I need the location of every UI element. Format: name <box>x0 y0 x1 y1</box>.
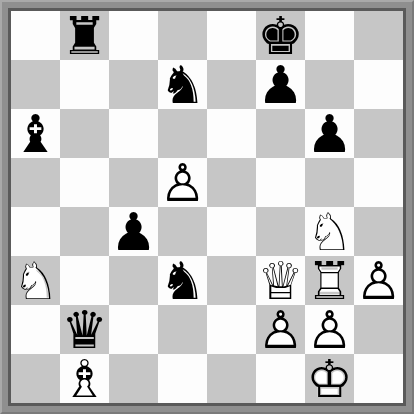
piece-glyph-outline: ♙ <box>305 305 354 354</box>
square-a5[interactable] <box>11 158 60 207</box>
white-pawn-piece[interactable]: ♟♙ <box>256 305 305 354</box>
square-b5[interactable] <box>60 158 109 207</box>
white-bishop-piece[interactable]: ♝♗ <box>60 354 109 403</box>
piece-glyph-outline: ♘ <box>305 207 354 256</box>
square-h2[interactable] <box>354 305 403 354</box>
square-b4[interactable] <box>60 207 109 256</box>
board-frame: ♜♚♞♟♝♟♟♙♟♞♘♞♘♞♛♕♜♖♟♙♛♟♙♟♙♝♗♚♔ <box>0 0 414 414</box>
square-d2[interactable] <box>158 305 207 354</box>
piece-glyph: ♟ <box>109 207 158 256</box>
white-pawn-piece[interactable]: ♟♙ <box>158 158 207 207</box>
piece-glyph: ♝ <box>11 109 60 158</box>
square-g3[interactable]: ♜♖ <box>305 256 354 305</box>
square-e3[interactable] <box>207 256 256 305</box>
black-pawn-piece[interactable]: ♟ <box>305 109 354 158</box>
square-h7[interactable] <box>354 60 403 109</box>
square-c6[interactable] <box>109 109 158 158</box>
square-g2[interactable]: ♟♙ <box>305 305 354 354</box>
square-e6[interactable] <box>207 109 256 158</box>
square-g1[interactable]: ♚♔ <box>305 354 354 403</box>
piece-glyph: ♛ <box>60 305 109 354</box>
square-c7[interactable] <box>109 60 158 109</box>
square-f5[interactable] <box>256 158 305 207</box>
square-c3[interactable] <box>109 256 158 305</box>
piece-glyph: ♞ <box>158 256 207 305</box>
piece-glyph: ♚ <box>256 11 305 60</box>
square-e8[interactable] <box>207 11 256 60</box>
square-a3[interactable]: ♞♘ <box>11 256 60 305</box>
piece-glyph: ♟ <box>256 60 305 109</box>
square-f3[interactable]: ♛♕ <box>256 256 305 305</box>
piece-glyph-outline: ♙ <box>256 305 305 354</box>
square-b6[interactable] <box>60 109 109 158</box>
square-a8[interactable] <box>11 11 60 60</box>
square-h4[interactable] <box>354 207 403 256</box>
square-d4[interactable] <box>158 207 207 256</box>
piece-glyph: ♞ <box>158 60 207 109</box>
square-d1[interactable] <box>158 354 207 403</box>
square-d6[interactable] <box>158 109 207 158</box>
white-knight-piece[interactable]: ♞♘ <box>11 256 60 305</box>
square-g8[interactable] <box>305 11 354 60</box>
square-b2[interactable]: ♛ <box>60 305 109 354</box>
board-inner-border: ♜♚♞♟♝♟♟♙♟♞♘♞♘♞♛♕♜♖♟♙♛♟♙♟♙♝♗♚♔ <box>8 8 406 406</box>
square-c2[interactable] <box>109 305 158 354</box>
square-h3[interactable]: ♟♙ <box>354 256 403 305</box>
square-h6[interactable] <box>354 109 403 158</box>
piece-glyph: ♜ <box>60 11 109 60</box>
piece-glyph-outline: ♙ <box>158 158 207 207</box>
square-d8[interactable] <box>158 11 207 60</box>
square-b1[interactable]: ♝♗ <box>60 354 109 403</box>
white-knight-piece[interactable]: ♞♘ <box>305 207 354 256</box>
square-e1[interactable] <box>207 354 256 403</box>
square-d7[interactable]: ♞ <box>158 60 207 109</box>
square-e7[interactable] <box>207 60 256 109</box>
square-c8[interactable] <box>109 11 158 60</box>
white-pawn-piece[interactable]: ♟♙ <box>354 256 403 305</box>
square-h5[interactable] <box>354 158 403 207</box>
square-f6[interactable] <box>256 109 305 158</box>
black-knight-piece[interactable]: ♞ <box>158 256 207 305</box>
piece-glyph-outline: ♙ <box>354 256 403 305</box>
square-h1[interactable] <box>354 354 403 403</box>
square-e2[interactable] <box>207 305 256 354</box>
chess-board: ♜♚♞♟♝♟♟♙♟♞♘♞♘♞♛♕♜♖♟♙♛♟♙♟♙♝♗♚♔ <box>11 11 403 403</box>
piece-glyph-outline: ♔ <box>305 354 354 403</box>
piece-glyph-outline: ♖ <box>305 256 354 305</box>
square-g4[interactable]: ♞♘ <box>305 207 354 256</box>
square-e5[interactable] <box>207 158 256 207</box>
square-f8[interactable]: ♚ <box>256 11 305 60</box>
square-b3[interactable] <box>60 256 109 305</box>
square-g7[interactable] <box>305 60 354 109</box>
black-knight-piece[interactable]: ♞ <box>158 60 207 109</box>
square-f7[interactable]: ♟ <box>256 60 305 109</box>
square-a6[interactable]: ♝ <box>11 109 60 158</box>
square-f2[interactable]: ♟♙ <box>256 305 305 354</box>
square-c1[interactable] <box>109 354 158 403</box>
piece-glyph-outline: ♗ <box>60 354 109 403</box>
square-b8[interactable]: ♜ <box>60 11 109 60</box>
square-c4[interactable]: ♟ <box>109 207 158 256</box>
black-pawn-piece[interactable]: ♟ <box>256 60 305 109</box>
square-g5[interactable] <box>305 158 354 207</box>
square-b7[interactable] <box>60 60 109 109</box>
square-f1[interactable] <box>256 354 305 403</box>
piece-glyph-outline: ♘ <box>11 256 60 305</box>
square-c5[interactable] <box>109 158 158 207</box>
black-king-piece[interactable]: ♚ <box>256 11 305 60</box>
square-f4[interactable] <box>256 207 305 256</box>
square-a2[interactable] <box>11 305 60 354</box>
white-pawn-piece[interactable]: ♟♙ <box>305 305 354 354</box>
square-h8[interactable] <box>354 11 403 60</box>
black-queen-piece[interactable]: ♛ <box>60 305 109 354</box>
square-d3[interactable]: ♞ <box>158 256 207 305</box>
square-g6[interactable]: ♟ <box>305 109 354 158</box>
square-a4[interactable] <box>11 207 60 256</box>
black-rook-piece[interactable]: ♜ <box>60 11 109 60</box>
square-a1[interactable] <box>11 354 60 403</box>
white-rook-piece[interactable]: ♜♖ <box>305 256 354 305</box>
square-e4[interactable] <box>207 207 256 256</box>
black-bishop-piece[interactable]: ♝ <box>11 109 60 158</box>
black-pawn-piece[interactable]: ♟ <box>109 207 158 256</box>
white-queen-piece[interactable]: ♛♕ <box>256 256 305 305</box>
piece-glyph: ♟ <box>305 109 354 158</box>
square-a7[interactable] <box>11 60 60 109</box>
square-d5[interactable]: ♟♙ <box>158 158 207 207</box>
piece-glyph-outline: ♕ <box>256 256 305 305</box>
white-king-piece[interactable]: ♚♔ <box>305 354 354 403</box>
